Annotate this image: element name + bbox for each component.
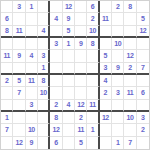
given-digit: 9 [79, 40, 82, 47]
given-digit: 3 [17, 3, 20, 10]
cell-r8c4[interactable]: 10 [38, 87, 50, 99]
cell-r3c1[interactable]: 8 [1, 26, 13, 38]
given-digit: 2 [128, 64, 131, 71]
cell-r12c10[interactable]: 1 [112, 137, 124, 149]
cell-r3c3[interactable] [26, 26, 38, 38]
given-digit: 2 [5, 77, 8, 84]
cell-r6c2[interactable] [13, 63, 25, 75]
cell-r3c7[interactable] [75, 26, 87, 38]
cell-r6c9[interactable]: 3 [100, 63, 112, 75]
cell-r12c4[interactable] [38, 137, 50, 149]
given-digit: 7 [128, 139, 131, 146]
given-digit: 3 [30, 101, 33, 108]
given-digit: 8 [41, 77, 44, 84]
cell-r12c9[interactable] [100, 137, 112, 149]
cell-r5c10[interactable] [112, 50, 124, 62]
cell-r10c5[interactable]: 8 [50, 112, 62, 124]
given-digit: 1 [91, 126, 94, 133]
cell-r6c8[interactable] [87, 63, 99, 75]
cell-r1c3[interactable]: 1 [26, 1, 38, 13]
cell-r10c7[interactable]: 2 [75, 112, 87, 124]
cell-r5c2[interactable]: 9 [13, 50, 25, 62]
cell-r4c7[interactable]: 9 [75, 38, 87, 50]
cell-r9c4[interactable] [38, 100, 50, 112]
cell-r1c11[interactable]: 8 [124, 1, 136, 13]
cell-r9c1[interactable] [1, 100, 13, 112]
given-digit: 10 [89, 27, 96, 34]
cell-r1c12[interactable] [137, 1, 149, 13]
cell-r9c8[interactable]: 11 [87, 100, 99, 112]
given-digit: 9 [17, 52, 20, 59]
given-digit: 3 [41, 52, 44, 59]
sudoku-board: 3112628649211581145101231981011943512139… [0, 0, 150, 150]
given-digit: 9 [67, 15, 70, 22]
cell-r7c5[interactable] [50, 75, 62, 87]
cell-r3c10[interactable] [112, 26, 124, 38]
given-digit: 4 [30, 52, 33, 59]
cell-r11c9[interactable] [100, 124, 112, 136]
cell-r2c10[interactable] [112, 13, 124, 25]
cell-r11c10[interactable] [112, 124, 124, 136]
cell-r7c11[interactable] [124, 75, 136, 87]
given-digit: 4 [41, 27, 44, 34]
given-digit: 12 [102, 114, 109, 121]
cell-r10c8[interactable] [87, 112, 99, 124]
given-digit: 10 [114, 40, 121, 47]
given-digit: 2 [116, 3, 119, 10]
given-digit: 5 [17, 77, 20, 84]
cell-r2c2[interactable] [13, 13, 25, 25]
cell-r3c2[interactable]: 11 [13, 26, 25, 38]
cell-r7c7[interactable] [75, 75, 87, 87]
given-digit: 5 [67, 27, 70, 34]
cell-r12c5[interactable]: 6 [50, 137, 62, 149]
cell-r9c10[interactable] [112, 100, 124, 112]
cell-r2c7[interactable] [75, 13, 87, 25]
given-digit: 1 [41, 64, 44, 71]
given-digit: 3 [54, 40, 57, 47]
cell-r5c12[interactable] [137, 50, 149, 62]
cell-r2c8[interactable]: 2 [87, 13, 99, 25]
cell-r5c7[interactable] [75, 50, 87, 62]
given-digit: 1 [5, 114, 8, 121]
cell-r8c12[interactable]: 6 [137, 87, 149, 99]
cell-r2c5[interactable]: 4 [50, 13, 62, 25]
cell-r11c4[interactable] [38, 124, 50, 136]
cell-r1c8[interactable]: 6 [87, 1, 99, 13]
given-digit: 11 [89, 101, 95, 108]
cell-r2c6[interactable]: 9 [63, 13, 75, 25]
cell-r4c9[interactable] [100, 38, 112, 50]
cell-r10c4[interactable] [38, 112, 50, 124]
cell-r4c10[interactable]: 10 [112, 38, 124, 50]
given-digit: 7 [5, 126, 8, 133]
cell-r6c1[interactable] [1, 63, 13, 75]
given-digit: 2 [79, 114, 82, 121]
cell-r5c3[interactable]: 4 [26, 50, 38, 62]
given-digit: 3 [104, 64, 107, 71]
cell-r10c2[interactable] [13, 112, 25, 124]
cell-r12c12[interactable] [137, 137, 149, 149]
given-digit: 2 [141, 126, 144, 133]
cell-r4c1[interactable] [1, 38, 13, 50]
cell-r8c10[interactable]: 3 [112, 87, 124, 99]
cell-r5c8[interactable] [87, 50, 99, 62]
cell-r6c12[interactable]: 7 [137, 63, 149, 75]
cell-r1c4[interactable] [38, 1, 50, 13]
cell-r9c12[interactable] [137, 100, 149, 112]
cell-r5c9[interactable]: 5 [100, 50, 112, 62]
cell-r8c9[interactable]: 2 [100, 87, 112, 99]
given-digit: 5 [104, 52, 107, 59]
given-digit: 6 [5, 15, 8, 22]
cell-r2c3[interactable] [26, 13, 38, 25]
cell-r4c5[interactable]: 3 [50, 38, 62, 50]
given-digit: 8 [54, 114, 57, 121]
cell-r6c4[interactable]: 1 [38, 63, 50, 75]
given-digit: 3 [116, 89, 119, 96]
given-digit: 12 [53, 126, 60, 133]
cell-r6c3[interactable] [26, 63, 38, 75]
cell-r8c7[interactable] [75, 87, 87, 99]
cell-r8c1[interactable] [1, 87, 13, 99]
cell-r8c11[interactable]: 11 [124, 87, 136, 99]
given-digit: 5 [141, 15, 144, 22]
cell-r10c6[interactable] [63, 112, 75, 124]
cell-r8c3[interactable] [26, 87, 38, 99]
cell-r2c11[interactable] [124, 13, 136, 25]
cell-r9c5[interactable]: 2 [50, 100, 62, 112]
cell-r12c8[interactable] [87, 137, 99, 149]
given-digit: 10 [28, 126, 35, 133]
cell-r4c12[interactable] [137, 38, 149, 50]
given-digit: 7 [17, 89, 20, 96]
given-digit: 2 [104, 89, 107, 96]
cell-r10c11[interactable]: 10 [124, 112, 136, 124]
cell-r8c8[interactable] [87, 87, 99, 99]
cell-r7c10[interactable] [112, 75, 124, 87]
cell-r2c9[interactable]: 11 [100, 13, 112, 25]
cell-r7c12[interactable] [137, 75, 149, 87]
cell-r10c9[interactable]: 12 [100, 112, 112, 124]
cell-r6c6[interactable] [63, 63, 75, 75]
cell-r11c12[interactable]: 2 [137, 124, 149, 136]
cell-r7c1[interactable]: 2 [1, 75, 13, 87]
cell-r1c1[interactable] [1, 1, 13, 13]
cell-r3c4[interactable]: 4 [38, 26, 50, 38]
cell-r9c11[interactable] [124, 100, 136, 112]
cell-r11c1[interactable]: 7 [1, 124, 13, 136]
cell-r10c12[interactable]: 3 [137, 112, 149, 124]
cell-r12c1[interactable] [1, 137, 13, 149]
cell-r6c10[interactable]: 9 [112, 63, 124, 75]
cell-r10c10[interactable] [112, 112, 124, 124]
cell-r3c5[interactable] [50, 26, 62, 38]
cell-r12c2[interactable]: 12 [13, 137, 25, 149]
cell-r7c4[interactable]: 8 [38, 75, 50, 87]
cell-r6c11[interactable]: 2 [124, 63, 136, 75]
cell-r3c9[interactable] [100, 26, 112, 38]
cell-r7c6[interactable] [63, 75, 75, 87]
cell-r2c1[interactable]: 6 [1, 13, 13, 25]
cell-r12c3[interactable]: 9 [26, 137, 38, 149]
cell-r11c7[interactable]: 11 [75, 124, 87, 136]
cell-r3c12[interactable]: 12 [137, 26, 149, 38]
cell-r11c5[interactable]: 12 [50, 124, 62, 136]
cell-r1c5[interactable] [50, 1, 62, 13]
cell-r11c8[interactable]: 1 [87, 124, 99, 136]
cell-r5c6[interactable] [63, 50, 75, 62]
cell-r8c5[interactable] [50, 87, 62, 99]
cell-r11c11[interactable] [124, 124, 136, 136]
cell-r7c3[interactable]: 11 [26, 75, 38, 87]
cell-r8c6[interactable] [63, 87, 75, 99]
given-digit: 9 [116, 64, 119, 71]
cell-r12c11[interactable]: 7 [124, 137, 136, 149]
cell-r4c4[interactable] [38, 38, 50, 50]
given-digit: 6 [54, 139, 57, 146]
given-digit: 2 [91, 15, 94, 22]
given-digit: 11 [3, 52, 9, 59]
cell-r5c11[interactable]: 12 [124, 50, 136, 62]
cell-r8c2[interactable]: 7 [13, 87, 25, 99]
cell-r5c5[interactable] [50, 50, 62, 62]
cell-r12c6[interactable] [63, 137, 75, 149]
given-digit: 3 [141, 114, 144, 121]
cell-r2c12[interactable]: 5 [137, 13, 149, 25]
given-digit: 12 [127, 52, 134, 59]
cell-r6c7[interactable] [75, 63, 87, 75]
cell-r9c7[interactable]: 12 [75, 100, 87, 112]
given-digit: 10 [40, 89, 47, 96]
cell-r4c2[interactable] [13, 38, 25, 50]
given-digit: 1 [30, 3, 33, 10]
cell-r5c1[interactable]: 11 [1, 50, 13, 62]
cell-r3c6[interactable]: 5 [63, 26, 75, 38]
cell-r4c6[interactable]: 1 [63, 38, 75, 50]
given-digit: 12 [139, 27, 146, 34]
given-digit: 12 [65, 3, 72, 10]
given-digit: 4 [67, 101, 70, 108]
cell-r12c7[interactable]: 5 [75, 137, 87, 149]
cell-r11c6[interactable] [63, 124, 75, 136]
given-digit: 8 [91, 40, 94, 47]
cell-r9c6[interactable]: 4 [63, 100, 75, 112]
cell-r1c10[interactable]: 2 [112, 1, 124, 13]
given-digit: 11 [127, 89, 133, 96]
given-digit: 11 [28, 77, 34, 84]
cell-r9c3[interactable]: 3 [26, 100, 38, 112]
cell-r3c8[interactable]: 10 [87, 26, 99, 38]
given-digit: 8 [5, 27, 8, 34]
cell-r9c9[interactable] [100, 100, 112, 112]
given-digit: 5 [79, 139, 82, 146]
given-digit: 2 [54, 101, 57, 108]
given-digit: 11 [102, 15, 108, 22]
given-digit: 12 [77, 101, 84, 108]
cell-r2c4[interactable] [38, 13, 50, 25]
cell-r7c9[interactable]: 4 [100, 75, 112, 87]
cell-r10c3[interactable] [26, 112, 38, 124]
cell-r11c2[interactable] [13, 124, 25, 136]
cell-r10c1[interactable]: 1 [1, 112, 13, 124]
given-digit: 11 [77, 126, 83, 133]
cell-r1c7[interactable] [75, 1, 87, 13]
cell-r9c2[interactable] [13, 100, 25, 112]
given-digit: 1 [67, 40, 70, 47]
given-digit: 7 [141, 64, 144, 71]
cell-r7c8[interactable] [87, 75, 99, 87]
cell-r4c3[interactable] [26, 38, 38, 50]
cell-r6c5[interactable] [50, 63, 62, 75]
given-digit: 4 [54, 15, 57, 22]
cell-r3c11[interactable] [124, 26, 136, 38]
cell-r4c8[interactable]: 8 [87, 38, 99, 50]
given-digit: 8 [128, 3, 131, 10]
given-digit: 11 [16, 27, 22, 34]
cell-r4c11[interactable] [124, 38, 136, 50]
given-digit: 9 [30, 139, 33, 146]
cell-r1c2[interactable]: 3 [13, 1, 25, 13]
given-digit: 6 [141, 89, 144, 96]
cell-r1c9[interactable] [100, 1, 112, 13]
cell-r7c2[interactable]: 5 [13, 75, 25, 87]
cell-r11c3[interactable]: 10 [26, 124, 38, 136]
given-digit: 10 [127, 114, 134, 121]
given-digit: 12 [16, 139, 23, 146]
cell-r1c6[interactable]: 12 [63, 1, 75, 13]
given-digit: 4 [104, 77, 107, 84]
given-digit: 6 [91, 3, 94, 10]
given-digit: 1 [116, 139, 119, 146]
cell-r5c4[interactable]: 3 [38, 50, 50, 62]
